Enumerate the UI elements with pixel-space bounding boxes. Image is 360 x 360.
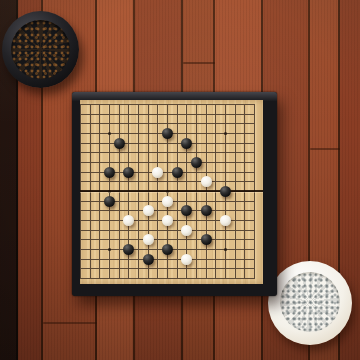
star-point	[224, 132, 227, 135]
star-point	[108, 132, 111, 135]
black-stone[interactable]	[181, 205, 192, 216]
scene	[0, 0, 360, 360]
black-stone[interactable]	[201, 205, 212, 216]
grid-line	[80, 268, 255, 269]
black-stone[interactable]	[114, 138, 125, 149]
white-stone[interactable]	[143, 234, 154, 245]
black-stone[interactable]	[104, 196, 115, 207]
white-stone[interactable]	[143, 205, 154, 216]
black-stone[interactable]	[220, 186, 231, 197]
white-stone[interactable]	[162, 215, 173, 226]
carved-lattice-pattern	[280, 272, 340, 332]
go-board[interactable]	[72, 92, 277, 296]
board-surface	[80, 100, 263, 284]
black-stone[interactable]	[162, 128, 173, 139]
white-stone[interactable]	[152, 167, 163, 178]
black-stone-bowl[interactable]	[2, 11, 79, 88]
white-stone[interactable]	[181, 254, 192, 265]
black-stone[interactable]	[181, 138, 192, 149]
black-stone[interactable]	[191, 157, 202, 168]
plank-seam	[43, 322, 97, 324]
black-stone[interactable]	[123, 167, 134, 178]
white-stone[interactable]	[220, 215, 231, 226]
white-stone[interactable]	[201, 176, 212, 187]
plank-seam	[310, 148, 340, 150]
carved-lattice-pattern	[11, 20, 70, 79]
black-stone[interactable]	[172, 167, 183, 178]
white-stone[interactable]	[162, 196, 173, 207]
board-fold-line	[80, 190, 263, 192]
white-stone-bowl[interactable]	[268, 261, 352, 345]
black-stone[interactable]	[143, 254, 154, 265]
black-stone[interactable]	[201, 234, 212, 245]
plank-seam	[183, 62, 215, 64]
grid-line	[80, 278, 255, 279]
star-point	[224, 248, 227, 251]
grid-line	[80, 259, 255, 260]
black-stone[interactable]	[162, 244, 173, 255]
white-stone[interactable]	[123, 215, 134, 226]
grid-line	[80, 210, 255, 211]
star-point	[108, 248, 111, 251]
grid-line	[80, 230, 255, 231]
black-stone[interactable]	[123, 244, 134, 255]
white-stone[interactable]	[181, 225, 192, 236]
grid-line	[80, 239, 255, 240]
black-stone[interactable]	[104, 167, 115, 178]
